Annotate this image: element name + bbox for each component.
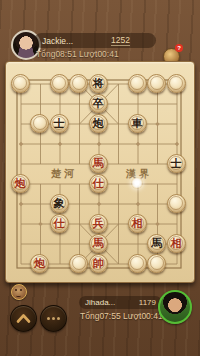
piece-炮[interactable]: 炮 [30, 254, 49, 273]
piece-glyph: 兵 [90, 215, 107, 232]
piece-glyph: 馬 [90, 155, 107, 172]
piece-glyph: 士 [168, 155, 185, 172]
piece-glyph: 象 [51, 195, 68, 212]
bottom-player-avatar[interactable] [158, 290, 192, 324]
piece-glyph: 馬 [148, 235, 165, 252]
bottom-player-timers: Tổng07:55 Lượt00:41 [80, 311, 163, 321]
piece-炮[interactable]: 炮 [11, 174, 30, 193]
bottom-player-name: Jihada... [85, 298, 115, 307]
piece-卒[interactable]: 卒 [89, 94, 108, 113]
piece-相[interactable]: 相 [167, 234, 186, 253]
piece-馬[interactable]: 馬 [89, 234, 108, 253]
piece-glyph: 帥 [90, 255, 107, 272]
bottom-player-pill: Jihada... 1179 [79, 296, 162, 309]
hidden-piece[interactable] [69, 74, 88, 93]
hidden-piece[interactable] [11, 74, 30, 93]
piece-車[interactable]: 車 [128, 114, 147, 133]
piece-士[interactable]: 士 [50, 114, 69, 133]
piece-象[interactable]: 象 [50, 194, 69, 213]
piece-glyph: 仕 [90, 175, 107, 192]
collapse-button[interactable] [10, 305, 37, 332]
bottom-total-label: Tổng [80, 311, 99, 321]
piece-glyph: 炮 [90, 115, 107, 132]
piece-glyph: 仕 [51, 215, 68, 232]
piece-glyph: 車 [129, 115, 146, 132]
piece-兵[interactable]: 兵 [89, 214, 108, 233]
hidden-piece[interactable] [167, 194, 186, 213]
bottom-total-time: 07:55 [99, 311, 120, 321]
piece-馬[interactable]: 馬 [89, 154, 108, 173]
piece-帥[interactable]: 帥 [89, 254, 108, 273]
hidden-piece[interactable] [128, 74, 147, 93]
hidden-piece[interactable] [69, 254, 88, 273]
piece-glyph: 相 [129, 215, 146, 232]
hidden-piece[interactable] [128, 254, 147, 273]
piece-相[interactable]: 相 [128, 214, 147, 233]
bottom-turn-label: Lượt [123, 311, 141, 321]
bottom-player-rating: 1179 [139, 298, 156, 307]
piece-glyph: 馬 [90, 235, 107, 252]
hidden-piece[interactable] [50, 74, 69, 93]
piece-glyph: 将 [90, 75, 107, 92]
piece-仕[interactable]: 仕 [89, 174, 108, 193]
piece-馬[interactable]: 馬 [147, 234, 166, 253]
piece-仕[interactable]: 仕 [50, 214, 69, 233]
piece-glyph: 士 [51, 115, 68, 132]
hidden-piece[interactable] [30, 114, 49, 133]
piece-炮[interactable]: 炮 [89, 114, 108, 133]
piece-glyph: 炮 [12, 175, 29, 192]
three-dots-icon [47, 317, 50, 320]
piece-士[interactable]: 士 [167, 154, 186, 173]
hidden-piece[interactable] [167, 74, 186, 93]
piece-将[interactable]: 将 [89, 74, 108, 93]
chevron-up-icon [11, 306, 36, 331]
last-move-glow [131, 177, 143, 189]
chat-button[interactable] [40, 305, 67, 332]
hidden-piece[interactable] [147, 74, 166, 93]
emote-token-icon[interactable] [11, 284, 27, 300]
hidden-piece[interactable] [147, 254, 166, 273]
game-screen: Jackie... 1252 Tổng08:51 Lượt00:41 ? 楚河 … [0, 0, 200, 356]
piece-glyph: 炮 [31, 255, 48, 272]
piece-glyph: 相 [168, 235, 185, 252]
piece-glyph: 卒 [90, 95, 107, 112]
